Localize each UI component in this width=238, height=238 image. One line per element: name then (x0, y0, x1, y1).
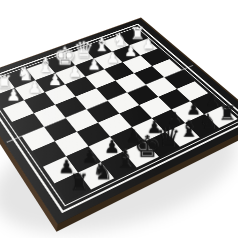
black-bishop-piece: ♝ (115, 148, 136, 172)
black-rook-piece: ♜ (219, 103, 237, 123)
white-pawn-piece: ♟ (125, 44, 138, 59)
black-knight-piece: ♞ (92, 160, 113, 183)
white-pawn-piece: ♟ (106, 51, 119, 66)
white-pawn-piece: ♟ (68, 65, 82, 80)
white-pawn-piece: ♟ (87, 58, 100, 73)
white-pawn-piece: ♟ (48, 72, 62, 88)
black-rook-piece: ♜ (68, 172, 88, 195)
black-bishop-piece: ♝ (179, 119, 199, 142)
product-photo: ♜♞♝♚♛♝♞♜♟♟♟♟♟♟♟♟♟♟♟♟♟♟♟♟♜♞♝♚♛♝♞♜ (0, 0, 238, 238)
white-pawn-piece: ♟ (142, 37, 155, 51)
white-pawn-piece: ♟ (6, 88, 20, 104)
black-king-piece: ♚ (134, 131, 161, 161)
scene: ♜♞♝♚♛♝♞♜♟♟♟♟♟♟♟♟♟♟♟♟♟♟♟♟♜♞♝♚♛♝♞♜ (0, 0, 238, 238)
white-pawn-piece: ♟ (27, 80, 41, 96)
black-knight-piece: ♞ (199, 111, 218, 132)
chess-board: ♜♞♝♚♛♝♞♜♟♟♟♟♟♟♟♟♟♟♟♟♟♟♟♟♜♞♝♚♛♝♞♜ (0, 18, 238, 232)
